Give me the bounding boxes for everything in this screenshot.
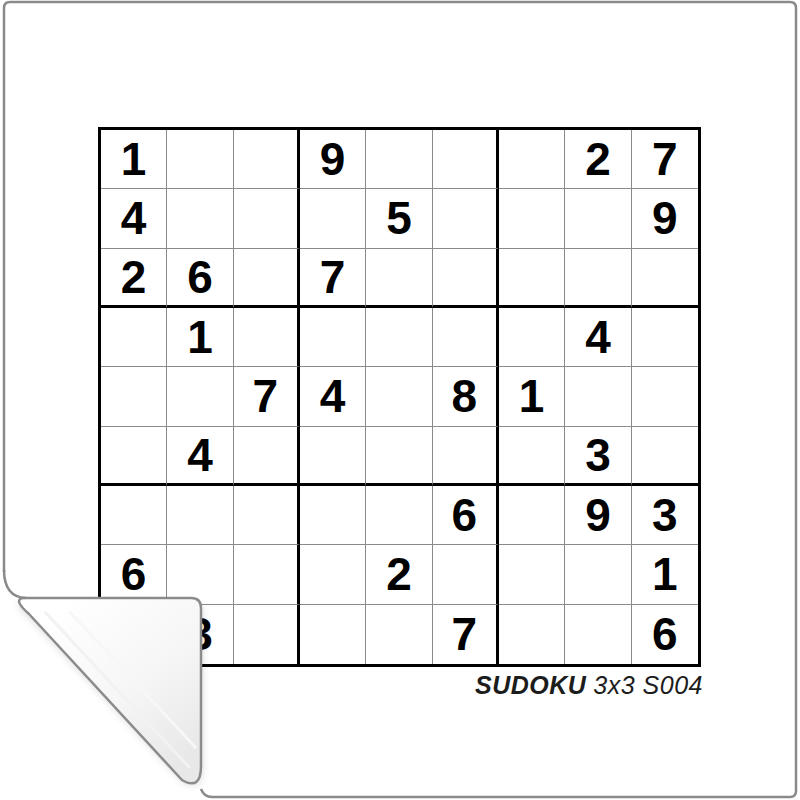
page-curl-join: [4, 570, 26, 598]
sudoku-cell-r4c4: [300, 308, 366, 367]
sudoku-cell-r3c1: 2: [101, 249, 167, 308]
sudoku-cell-r7c8: 9: [565, 486, 631, 545]
sudoku-cell-r3c7: [499, 249, 565, 308]
sudoku-cell-r7c4: [300, 486, 366, 545]
sudoku-cell-r2c9: 9: [632, 189, 698, 248]
sudoku-cell-r5c1: [101, 367, 167, 426]
sudoku-cell-r5c4: 4: [300, 367, 366, 426]
sudoku-cell-r3c9: [632, 249, 698, 308]
sudoku-cell-r1c9: 7: [632, 130, 698, 189]
sudoku-cell-r7c9: 3: [632, 486, 698, 545]
sudoku-cell-r2c4: [300, 189, 366, 248]
sudoku-cell-r8c4: [300, 545, 366, 604]
sudoku-cell-r6c3: [234, 427, 300, 486]
scanned-puzzle-page: { "page": { "background": "#ffffff", "bo…: [0, 0, 800, 800]
sudoku-cell-r7c6: 6: [433, 486, 499, 545]
sudoku-cell-r8c7: [499, 545, 565, 604]
sudoku-cell-r8c2: [167, 545, 233, 604]
sudoku-cell-r9c8: [565, 605, 631, 664]
sudoku-cell-r8c9: 1: [632, 545, 698, 604]
sudoku-cell-r1c3: [234, 130, 300, 189]
sudoku-cell-r5c3: 7: [234, 367, 300, 426]
sudoku-cell-r7c5: [366, 486, 432, 545]
sudoku-cell-r5c9: [632, 367, 698, 426]
sudoku-cell-r7c2: [167, 486, 233, 545]
sudoku-cell-r9c4: [300, 605, 366, 664]
sudoku-cell-r1c6: [433, 130, 499, 189]
sudoku-cell-r8c6: [433, 545, 499, 604]
sudoku-cell-r4c2: 1: [167, 308, 233, 367]
sudoku-cell-r6c1: [101, 427, 167, 486]
sudoku-cell-r3c3: [234, 249, 300, 308]
sudoku-cell-r7c3: [234, 486, 300, 545]
sudoku-cell-r4c7: [499, 308, 565, 367]
sudoku-cell-r6c9: [632, 427, 698, 486]
sudoku-cell-r4c3: [234, 308, 300, 367]
sudoku-cell-r2c6: [433, 189, 499, 248]
sudoku-cell-r8c1: 6: [101, 545, 167, 604]
sudoku-cell-r6c2: 4: [167, 427, 233, 486]
sudoku-cell-r4c6: [433, 308, 499, 367]
sudoku-cell-r4c1: [101, 308, 167, 367]
sudoku-cell-r9c7: [499, 605, 565, 664]
sudoku-cell-r1c7: [499, 130, 565, 189]
sudoku-cell-r9c6: 7: [433, 605, 499, 664]
sudoku-cell-r1c2: [167, 130, 233, 189]
sudoku-cell-r8c8: [565, 545, 631, 604]
sudoku-cell-r4c5: [366, 308, 432, 367]
sudoku-cell-r6c6: [433, 427, 499, 486]
puzzle-caption: SUDOKU3x3 S004: [475, 671, 703, 700]
sudoku-cell-r6c4: [300, 427, 366, 486]
sudoku-cell-r6c5: [366, 427, 432, 486]
sudoku-cell-r7c7: [499, 486, 565, 545]
sudoku-cell-r1c5: [366, 130, 432, 189]
sudoku-cell-r1c4: 9: [300, 130, 366, 189]
sudoku-cell-r3c2: 6: [167, 249, 233, 308]
caption-series: 3x3 S004: [593, 671, 703, 699]
sudoku-cell-r2c2: [167, 189, 233, 248]
sudoku-cell-r5c8: [565, 367, 631, 426]
sudoku-cell-r1c1: 1: [101, 130, 167, 189]
sudoku-cell-r5c7: 1: [499, 367, 565, 426]
sudoku-cell-r7c1: [101, 486, 167, 545]
sudoku-cell-r6c7: [499, 427, 565, 486]
sudoku-cell-r2c5: 5: [366, 189, 432, 248]
sudoku-grid: 192745926714748143693621376: [98, 127, 701, 667]
sudoku-cell-r9c3: [234, 605, 300, 664]
sudoku-cell-r8c3: [234, 545, 300, 604]
sudoku-cell-r3c5: [366, 249, 432, 308]
sudoku-cell-r1c8: 2: [565, 130, 631, 189]
sudoku-cell-r6c8: 3: [565, 427, 631, 486]
sudoku-cell-r9c1: [101, 605, 167, 664]
sudoku-cell-r2c8: [565, 189, 631, 248]
sudoku-cell-r2c3: [234, 189, 300, 248]
sudoku-cell-r5c5: [366, 367, 432, 426]
sudoku-cell-r5c2: [167, 367, 233, 426]
sudoku-cell-r2c1: 4: [101, 189, 167, 248]
sudoku-cell-r3c6: [433, 249, 499, 308]
sudoku-cell-r9c2: 3: [167, 605, 233, 664]
sudoku-cell-r5c6: 8: [433, 367, 499, 426]
sudoku-cell-r3c4: 7: [300, 249, 366, 308]
sudoku-cell-r9c5: [366, 605, 432, 664]
sudoku-cell-r4c8: 4: [565, 308, 631, 367]
caption-brand: SUDOKU: [475, 671, 586, 699]
sudoku-cell-r4c9: [632, 308, 698, 367]
sudoku-cell-r2c7: [499, 189, 565, 248]
sudoku-cell-r3c8: [565, 249, 631, 308]
sudoku-cell-r8c5: 2: [366, 545, 432, 604]
sudoku-cell-r9c9: 6: [632, 605, 698, 664]
